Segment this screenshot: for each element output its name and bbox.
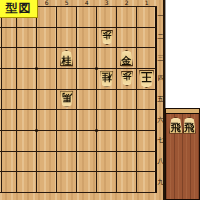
square-1-4[interactable]: 王: [137, 69, 157, 90]
square-3-9[interactable]: [97, 172, 117, 193]
hand-piece-rook-2[interactable]: 飛: [183, 117, 197, 134]
square-1-6[interactable]: [137, 110, 157, 131]
square-8-2[interactable]: [0, 28, 17, 49]
file-label-1: 1: [142, 0, 152, 6]
square-1-1[interactable]: [137, 7, 157, 28]
file-label-5: 5: [62, 0, 72, 6]
board-edge-shadow: [165, 0, 166, 108]
piece-sente-gold-2三[interactable]: 金: [120, 50, 134, 67]
square-3-8[interactable]: [97, 152, 117, 173]
star-point: [35, 129, 38, 132]
square-5-6[interactable]: [57, 110, 77, 131]
piece-glyph: 飛: [183, 123, 197, 134]
square-8-9[interactable]: [0, 172, 17, 193]
piece-gote-pawn-2四[interactable]: 歩: [121, 71, 133, 86]
piece-gote-pawn-3二[interactable]: 歩: [101, 30, 113, 45]
square-4-5[interactable]: [77, 90, 97, 111]
square-2-8[interactable]: [117, 152, 137, 173]
diagram-tag-label: 型図: [6, 0, 32, 17]
star-point: [95, 67, 98, 70]
piece-glyph: 金: [120, 56, 134, 67]
piece-gote-king-1四[interactable]: 王: [139, 70, 154, 88]
square-4-6[interactable]: [77, 110, 97, 131]
square-3-7[interactable]: [97, 131, 117, 152]
square-1-9[interactable]: [137, 172, 157, 193]
square-3-1[interactable]: [97, 7, 117, 28]
square-2-2[interactable]: [117, 28, 137, 49]
piece-glyph: 王: [139, 70, 154, 82]
star-point: [95, 129, 98, 132]
square-6-8[interactable]: [37, 152, 57, 173]
square-7-6[interactable]: [17, 110, 37, 131]
piece-glyph: 桂: [60, 56, 74, 67]
square-3-2[interactable]: 歩: [97, 28, 117, 49]
square-6-6[interactable]: [37, 110, 57, 131]
square-3-4[interactable]: 桂: [97, 69, 117, 90]
square-2-7[interactable]: [117, 131, 137, 152]
square-2-5[interactable]: [117, 90, 137, 111]
square-8-7[interactable]: [0, 131, 17, 152]
square-3-6[interactable]: [97, 110, 117, 131]
shogi-board: 歩桂金桂歩王馬: [0, 6, 157, 193]
square-7-7[interactable]: [17, 131, 37, 152]
square-6-7[interactable]: [37, 131, 57, 152]
komadai-top-edge: [166, 109, 199, 114]
square-4-9[interactable]: [77, 172, 97, 193]
square-8-8[interactable]: [0, 152, 17, 173]
square-1-5[interactable]: [137, 90, 157, 111]
piece-gote-knight-3四[interactable]: 桂: [100, 71, 114, 88]
square-5-4[interactable]: [57, 69, 77, 90]
square-5-5[interactable]: 馬: [57, 90, 77, 111]
square-7-8[interactable]: [17, 152, 37, 173]
square-1-7[interactable]: [137, 131, 157, 152]
square-4-3[interactable]: [77, 48, 97, 69]
file-label-4: 4: [82, 0, 92, 6]
square-8-3[interactable]: [0, 48, 17, 69]
square-7-9[interactable]: [17, 172, 37, 193]
square-6-1[interactable]: [37, 7, 57, 28]
square-6-3[interactable]: [37, 48, 57, 69]
square-7-2[interactable]: [17, 28, 37, 49]
piece-glyph: 馬: [60, 91, 74, 102]
piece-glyph: 歩: [121, 71, 133, 80]
board-cut-edge-line: [1, 6, 2, 193]
square-6-4[interactable]: [37, 69, 57, 90]
square-7-4[interactable]: [17, 69, 37, 90]
hand-piece-rook-1[interactable]: 飛: [169, 117, 183, 134]
square-2-4[interactable]: 歩: [117, 69, 137, 90]
square-8-6[interactable]: [0, 110, 17, 131]
piece-glyph: 飛: [169, 123, 183, 134]
square-8-4[interactable]: [0, 69, 17, 90]
square-4-4[interactable]: [77, 69, 97, 90]
diagram-tag: 型図: [0, 0, 38, 18]
square-4-7[interactable]: [77, 131, 97, 152]
piece-gote-promoted-bishop-5五[interactable]: 馬: [60, 91, 74, 108]
shogi-diagram: 歩桂金桂歩王馬 654321 一二三四五六七八九 型図 飛飛: [0, 0, 200, 200]
square-1-2[interactable]: [137, 28, 157, 49]
square-5-1[interactable]: [57, 7, 77, 28]
square-7-3[interactable]: [17, 48, 37, 69]
square-2-9[interactable]: [117, 172, 137, 193]
square-5-3[interactable]: 桂: [57, 48, 77, 69]
square-5-8[interactable]: [57, 152, 77, 173]
square-4-2[interactable]: [77, 28, 97, 49]
square-4-1[interactable]: [77, 7, 97, 28]
file-label-3: 3: [102, 0, 112, 6]
square-5-2[interactable]: [57, 28, 77, 49]
piece-sente-knight-5三[interactable]: 桂: [60, 50, 74, 67]
star-point: [35, 67, 38, 70]
square-3-3[interactable]: [97, 48, 117, 69]
square-6-9[interactable]: [37, 172, 57, 193]
square-5-9[interactable]: [57, 172, 77, 193]
file-label-2: 2: [122, 0, 132, 6]
square-3-5[interactable]: [97, 90, 117, 111]
square-7-5[interactable]: [17, 90, 37, 111]
square-2-3[interactable]: 金: [117, 48, 137, 69]
square-1-3[interactable]: [137, 48, 157, 69]
square-2-6[interactable]: [117, 110, 137, 131]
square-6-2[interactable]: [37, 28, 57, 49]
square-2-1[interactable]: [117, 7, 137, 28]
square-8-5[interactable]: [0, 90, 17, 111]
square-4-8[interactable]: [77, 152, 97, 173]
square-6-5[interactable]: [37, 90, 57, 111]
square-1-8[interactable]: [137, 152, 157, 173]
file-label-6: 6: [42, 0, 52, 6]
piece-glyph: 桂: [100, 71, 114, 82]
square-5-7[interactable]: [57, 131, 77, 152]
komadai-piece-stand: 飛飛: [165, 108, 200, 200]
piece-glyph: 歩: [101, 30, 113, 39]
hand-pieces: 飛飛: [166, 117, 199, 134]
